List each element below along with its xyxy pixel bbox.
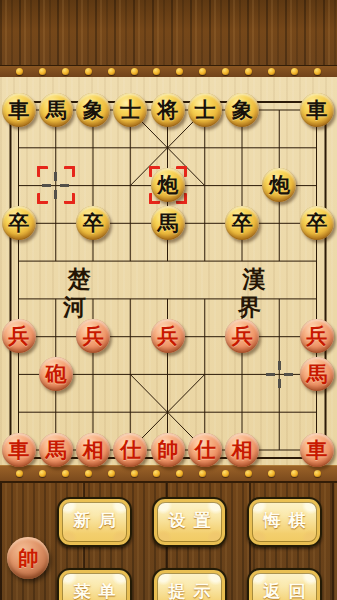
gold-stud [199,470,206,477]
hint-button[interactable]: 提示 [152,568,227,600]
piece-e2-black[interactable]: 炮 [151,168,185,202]
gold-stud [131,68,138,75]
menu-buttons: 新局 设置 悔棋 菜单 提示 返回 [57,497,322,600]
piece-b7-red[interactable]: 砲 [39,357,73,391]
gold-stud [268,68,275,75]
undo-move-button[interactable]: 悔棋 [247,497,322,547]
gold-stud [268,470,275,477]
top-stud-rail [0,65,337,77]
gold-stud [153,68,160,75]
move-highlight-b2 [37,166,75,204]
piece-e9-red[interactable]: 帥 [151,433,185,467]
gold-stud [108,68,115,75]
gold-stud [245,68,252,75]
piece-a3-black[interactable]: 卒 [2,206,36,240]
board-grid[interactable]: 車馬象士将士象車炮炮卒卒馬卒卒兵兵兵兵兵砲馬車馬相仕帥仕相車 [0,91,335,469]
gold-stud [245,470,252,477]
piece-a0-black[interactable]: 車 [2,93,36,127]
piece-e0-black[interactable]: 将 [151,93,185,127]
gold-stud [199,68,206,75]
piece-c9-red[interactable]: 相 [76,433,110,467]
back-button[interactable]: 返回 [247,568,322,600]
piece-b0-black[interactable]: 馬 [39,93,73,127]
gold-stud [62,68,69,75]
piece-c6-red[interactable]: 兵 [76,319,110,353]
gold-stud [85,68,92,75]
bottom-wood-panel: 帥 新局 设置 悔棋 菜单 提示 返回 [0,483,337,600]
bottom-stud-rail [0,465,337,483]
top-wood-panel [0,0,337,77]
gold-stud [153,470,160,477]
new-game-button[interactable]: 新局 [57,497,132,547]
app-screen: 楚河 漢界 車馬象士将士象車炮炮卒卒馬卒卒兵兵兵兵兵砲馬車馬相仕帥仕相車 帥 新… [0,0,337,600]
piece-i3-black[interactable]: 卒 [300,206,334,240]
gold-stud [62,470,69,477]
red-general-logo-piece: 帥 [7,537,49,579]
piece-i6-red[interactable]: 兵 [300,319,334,353]
gold-stud [176,68,183,75]
gold-stud [291,470,298,477]
piece-i0-black[interactable]: 車 [300,93,334,127]
gold-stud [39,68,46,75]
piece-i9-red[interactable]: 車 [300,433,334,467]
gold-stud [314,470,321,477]
piece-c3-black[interactable]: 卒 [76,206,110,240]
gold-stud [291,68,298,75]
piece-b9-red[interactable]: 馬 [39,433,73,467]
gold-stud [16,470,23,477]
piece-f9-red[interactable]: 仕 [188,433,222,467]
menu-button[interactable]: 菜单 [57,568,132,600]
piece-g6-red[interactable]: 兵 [225,319,259,353]
gold-stud [39,470,46,477]
piece-g0-black[interactable]: 象 [225,93,259,127]
gold-stud [16,68,23,75]
piece-a6-red[interactable]: 兵 [2,319,36,353]
piece-d9-red[interactable]: 仕 [113,433,147,467]
piece-e6-red[interactable]: 兵 [151,319,185,353]
piece-e3-black[interactable]: 馬 [151,206,185,240]
logo-char: 帥 [18,545,38,572]
gold-stud [131,470,138,477]
gold-stud [85,470,92,477]
crosshair-marker-h7 [266,361,293,388]
piece-d0-black[interactable]: 士 [113,93,147,127]
gold-stud [108,470,115,477]
gold-stud [314,68,321,75]
gold-stud [222,470,229,477]
piece-i7-red[interactable]: 馬 [300,357,334,391]
gold-stud [222,68,229,75]
xiangqi-board[interactable]: 楚河 漢界 車馬象士将士象車炮炮卒卒馬卒卒兵兵兵兵兵砲馬車馬相仕帥仕相車 [0,77,337,465]
gold-stud [176,470,183,477]
piece-f0-black[interactable]: 士 [188,93,222,127]
piece-g9-red[interactable]: 相 [225,433,259,467]
piece-g3-black[interactable]: 卒 [225,206,259,240]
piece-h2-black[interactable]: 炮 [262,168,296,202]
piece-c0-black[interactable]: 象 [76,93,110,127]
piece-a9-red[interactable]: 車 [2,433,36,467]
settings-button[interactable]: 设置 [152,497,227,547]
